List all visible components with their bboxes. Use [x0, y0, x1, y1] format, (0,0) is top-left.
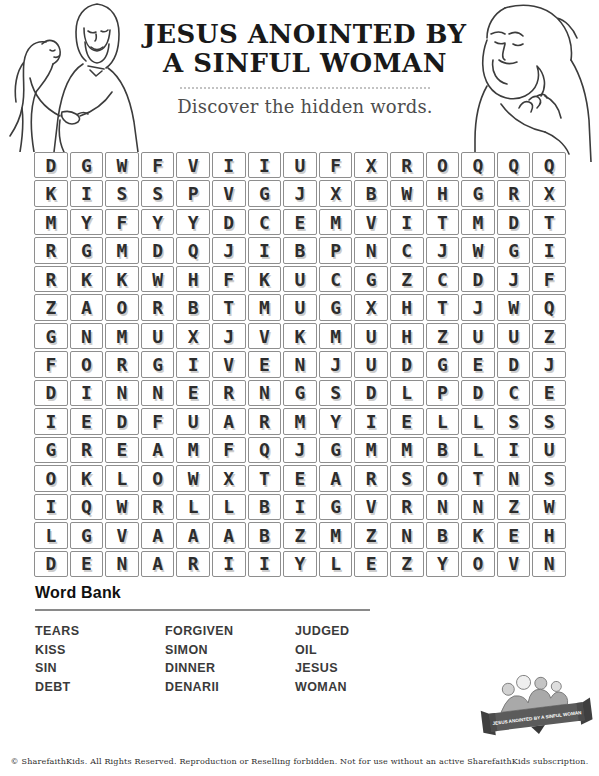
grid-cell-r11c3[interactable]: E — [105, 437, 139, 463]
grid-cell-r12c15[interactable]: S — [532, 465, 566, 491]
grid-cell-r14c3[interactable]: V — [105, 522, 139, 548]
grid-cell-r4c9[interactable]: P — [319, 237, 353, 263]
grid-cell-r7c15[interactable]: Z — [532, 323, 566, 349]
grid-cell-r14c2[interactable]: G — [70, 522, 104, 548]
word-bank-column: JUDGEDOILJESUSWOMAN — [295, 622, 425, 696]
grid-cell-r13c11[interactable]: R — [390, 494, 424, 520]
grid-cell-r2c9[interactable]: X — [319, 180, 353, 206]
grid-cell-r10c11[interactable]: E — [390, 408, 424, 434]
word-bank-item: SIMON — [165, 641, 295, 660]
grid-cell-r1c1[interactable]: D — [34, 152, 68, 178]
grid-cell-r4c11[interactable]: C — [390, 237, 424, 263]
grid-cell-r7c13[interactable]: U — [461, 323, 495, 349]
grid-cell-r9c10[interactable]: D — [354, 380, 388, 406]
grid-cell-r4c4[interactable]: D — [141, 237, 175, 263]
grid-cell-r8c14[interactable]: D — [497, 351, 531, 377]
grid-cell-r6c6[interactable]: T — [212, 294, 246, 320]
grid-cell-r12c3[interactable]: L — [105, 465, 139, 491]
grid-cell-r5c8[interactable]: U — [283, 266, 317, 292]
grid-cell-r11c11[interactable]: M — [390, 437, 424, 463]
grid-cell-r3c12[interactable]: T — [426, 209, 460, 235]
grid-cell-r5c11[interactable]: Z — [390, 266, 424, 292]
grid-cell-r1c2[interactable]: G — [70, 152, 104, 178]
grid-cell-r10c12[interactable]: L — [426, 408, 460, 434]
word-bank-columns: TEARSKISSSINDEBTFORGIVENSIMONDINNERDENAR… — [35, 622, 435, 696]
grid-cell-r8c6[interactable]: V — [212, 351, 246, 377]
grid-cell-r3c1[interactable]: M — [34, 209, 68, 235]
grid-cell-r10c15[interactable]: S — [532, 408, 566, 434]
grid-cell-r2c12[interactable]: H — [426, 180, 460, 206]
grid-cell-r15c6[interactable]: I — [212, 551, 246, 577]
grid-cell-r3c4[interactable]: Y — [141, 209, 175, 235]
grid-cell-r10c5[interactable]: U — [176, 408, 210, 434]
grid-cell-r8c15[interactable]: J — [532, 351, 566, 377]
grid-cell-r12c12[interactable]: O — [426, 465, 460, 491]
grid-cell-r11c9[interactable]: G — [319, 437, 353, 463]
grid-cell-r14c13[interactable]: K — [461, 522, 495, 548]
grid-cell-r13c6[interactable]: L — [212, 494, 246, 520]
grid-cell-r5c4[interactable]: W — [141, 266, 175, 292]
grid-cell-r11c13[interactable]: L — [461, 437, 495, 463]
grid-cell-r8c8[interactable]: N — [283, 351, 317, 377]
grid-cell-r13c5[interactable]: L — [176, 494, 210, 520]
grid-cell-r9c6[interactable]: R — [212, 380, 246, 406]
grid-cell-r6c11[interactable]: H — [390, 294, 424, 320]
grid-cell-r6c10[interactable]: X — [354, 294, 388, 320]
grid-cell-r15c5[interactable]: R — [176, 551, 210, 577]
grid-cell-r5c13[interactable]: D — [461, 266, 495, 292]
grid-cell-r4c7[interactable]: I — [248, 237, 282, 263]
word-bank-item: OIL — [295, 641, 425, 660]
grid-cell-r1c15[interactable]: Q — [532, 152, 566, 178]
grid-cell-r4c14[interactable]: G — [497, 237, 531, 263]
grid-cell-r7c2[interactable]: N — [70, 323, 104, 349]
grid-cell-r7c9[interactable]: M — [319, 323, 353, 349]
grid-cell-r4c6[interactable]: J — [212, 237, 246, 263]
grid-cell-r9c12[interactable]: P — [426, 380, 460, 406]
grid-cell-r6c3[interactable]: O — [105, 294, 139, 320]
grid-cell-r7c1[interactable]: G — [34, 323, 68, 349]
grid-cell-r5c9[interactable]: C — [319, 266, 353, 292]
grid-cell-r14c6[interactable]: A — [212, 522, 246, 548]
page-title-line-2: A SINFUL WOMAN — [138, 49, 472, 78]
grid-cell-r6c8[interactable]: U — [283, 294, 317, 320]
grid-cell-r6c9[interactable]: G — [319, 294, 353, 320]
grid-cell-r9c3[interactable]: N — [105, 380, 139, 406]
worksheet-page: JESUS ANOINTED BY A SINFUL WOMAN Discove… — [0, 0, 599, 776]
grid-cell-r5c12[interactable]: C — [426, 266, 460, 292]
grid-cell-r14c9[interactable]: M — [319, 522, 353, 548]
grid-cell-r2c10[interactable]: B — [354, 180, 388, 206]
grid-cell-r12c13[interactable]: T — [461, 465, 495, 491]
grid-cell-r3c2[interactable]: Y — [70, 209, 104, 235]
grid-cell-r15c8[interactable]: Y — [283, 551, 317, 577]
badge-illustration: JESUS ANOINTED BY A SINFUL WOMAN — [478, 668, 596, 756]
grid-cell-r14c15[interactable]: H — [532, 522, 566, 548]
word-bank-item: SIN — [35, 659, 165, 678]
grid-cell-r8c9[interactable]: J — [319, 351, 353, 377]
grid-cell-r5c6[interactable]: F — [212, 266, 246, 292]
grid-cell-r5c3[interactable]: K — [105, 266, 139, 292]
grid-cell-r9c5[interactable]: E — [176, 380, 210, 406]
grid-cell-r5c1[interactable]: R — [34, 266, 68, 292]
grid-cell-r9c2[interactable]: I — [70, 380, 104, 406]
grid-cell-r2c6[interactable]: V — [212, 180, 246, 206]
grid-cell-r8c11[interactable]: D — [390, 351, 424, 377]
grid-cell-r9c11[interactable]: L — [390, 380, 424, 406]
grid-cell-r3c13[interactable]: M — [461, 209, 495, 235]
grid-cell-r12c5[interactable]: W — [176, 465, 210, 491]
grid-cell-r1c13[interactable]: Q — [461, 152, 495, 178]
grid-cell-r1c9[interactable]: F — [319, 152, 353, 178]
grid-cell-r4c10[interactable]: N — [354, 237, 388, 263]
grid-cell-r1c6[interactable]: I — [212, 152, 246, 178]
grid-cell-r11c2[interactable]: R — [70, 437, 104, 463]
grid-cell-r13c14[interactable]: Z — [497, 494, 531, 520]
grid-cell-r7c10[interactable]: U — [354, 323, 388, 349]
grid-cell-r9c13[interactable]: D — [461, 380, 495, 406]
grid-cell-r6c15[interactable]: Q — [532, 294, 566, 320]
grid-cell-r2c8[interactable]: J — [283, 180, 317, 206]
grid-cell-r14c7[interactable]: B — [248, 522, 282, 548]
grid-cell-r10c8[interactable]: M — [283, 408, 317, 434]
word-bank-item: FORGIVEN — [165, 622, 295, 641]
grid-cell-r12c8[interactable]: E — [283, 465, 317, 491]
grid-cell-r2c4[interactable]: S — [141, 180, 175, 206]
grid-cell-r12c1[interactable]: O — [34, 465, 68, 491]
title-block: JESUS ANOINTED BY A SINFUL WOMAN Discove… — [138, 20, 472, 117]
word-bank-rule — [35, 609, 370, 611]
word-bank-item: KISS — [35, 641, 165, 660]
grid-cell-r5c14[interactable]: J — [497, 266, 531, 292]
grid-cell-r13c9[interactable]: G — [319, 494, 353, 520]
grid-cell-r13c2[interactable]: Q — [70, 494, 104, 520]
grid-cell-r7c14[interactable]: U — [497, 323, 531, 349]
grid-cell-r13c1[interactable]: I — [34, 494, 68, 520]
grid-cell-r13c15[interactable]: W — [532, 494, 566, 520]
grid-cell-r15c4[interactable]: A — [141, 551, 175, 577]
grid-cell-r14c5[interactable]: A — [176, 522, 210, 548]
grid-cell-r7c5[interactable]: X — [176, 323, 210, 349]
footer-copyright: © SharefaithKids. All Rights Reserved. R… — [0, 757, 599, 766]
grid-cell-r9c7[interactable]: N — [248, 380, 282, 406]
grid-cell-r10c3[interactable]: D — [105, 408, 139, 434]
grid-cell-r8c7[interactable]: E — [248, 351, 282, 377]
grid-cell-r9c15[interactable]: E — [532, 380, 566, 406]
grid-cell-r12c7[interactable]: T — [248, 465, 282, 491]
grid-cell-r7c8[interactable]: K — [283, 323, 317, 349]
word-bank-heading: Word Bank — [35, 584, 435, 602]
grid-cell-r1c8[interactable]: U — [283, 152, 317, 178]
badge: JESUS ANOINTED BY A SINFUL WOMAN — [478, 668, 596, 756]
grid-cell-r5c10[interactable]: G — [354, 266, 388, 292]
word-bank: Word Bank TEARSKISSSINDEBTFORGIVENSIMOND… — [35, 584, 435, 696]
page-title-line-1: JESUS ANOINTED BY — [138, 20, 472, 49]
grid-cell-r12c11[interactable]: S — [390, 465, 424, 491]
grid-cell-r15c10[interactable]: E — [354, 551, 388, 577]
grid-cell-r4c8[interactable]: B — [283, 237, 317, 263]
grid-cell-r3c10[interactable]: V — [354, 209, 388, 235]
grid-cell-r15c9[interactable]: L — [319, 551, 353, 577]
grid-cell-r6c12[interactable]: T — [426, 294, 460, 320]
title-separator — [180, 87, 430, 89]
grid-cell-r13c4[interactable]: R — [141, 494, 175, 520]
grid-cell-r10c9[interactable]: Y — [319, 408, 353, 434]
grid-cell-r4c3[interactable]: M — [105, 237, 139, 263]
grid-cell-r3c9[interactable]: M — [319, 209, 353, 235]
grid-cell-r10c2[interactable]: E — [70, 408, 104, 434]
grid-cell-r12c6[interactable]: X — [212, 465, 246, 491]
grid-cell-r6c7[interactable]: M — [248, 294, 282, 320]
grid-cell-r4c15[interactable]: I — [532, 237, 566, 263]
grid-cell-r7c7[interactable]: V — [248, 323, 282, 349]
grid-cell-r11c6[interactable]: F — [212, 437, 246, 463]
grid-cell-r14c1[interactable]: L — [34, 522, 68, 548]
grid-cell-r1c12[interactable]: O — [426, 152, 460, 178]
grid-cell-r2c11[interactable]: W — [390, 180, 424, 206]
grid-cell-r7c3[interactable]: M — [105, 323, 139, 349]
grid-cell-r1c4[interactable]: F — [141, 152, 175, 178]
word-bank-column: TEARSKISSSINDEBT — [35, 622, 165, 696]
grid-cell-r3c11[interactable]: I — [390, 209, 424, 235]
grid-cell-r15c3[interactable]: N — [105, 551, 139, 577]
grid-cell-r14c10[interactable]: Z — [354, 522, 388, 548]
grid-cell-r3c15[interactable]: T — [532, 209, 566, 235]
grid-cell-r7c6[interactable]: J — [212, 323, 246, 349]
grid-cell-r10c10[interactable]: I — [354, 408, 388, 434]
grid-cell-r13c12[interactable]: N — [426, 494, 460, 520]
grid-cell-r12c14[interactable]: N — [497, 465, 531, 491]
grid-cell-r6c4[interactable]: R — [141, 294, 175, 320]
grid-cell-r2c5[interactable]: P — [176, 180, 210, 206]
grid-cell-r8c3[interactable]: R — [105, 351, 139, 377]
grid-cell-r14c14[interactable]: E — [497, 522, 531, 548]
grid-cell-r10c4[interactable]: F — [141, 408, 175, 434]
grid-cell-r4c12[interactable]: J — [426, 237, 460, 263]
word-bank-item: WOMAN — [295, 678, 425, 697]
grid-cell-r14c12[interactable]: B — [426, 522, 460, 548]
grid-cell-r2c13[interactable]: G — [461, 180, 495, 206]
grid-cell-r3c6[interactable]: D — [212, 209, 246, 235]
grid-cell-r6c2[interactable]: A — [70, 294, 104, 320]
grid-cell-r8c4[interactable]: G — [141, 351, 175, 377]
grid-cell-r13c3[interactable]: W — [105, 494, 139, 520]
word-bank-item: DENARII — [165, 678, 295, 697]
grid-cell-r13c7[interactable]: B — [248, 494, 282, 520]
grid-cell-r8c2[interactable]: O — [70, 351, 104, 377]
grid-cell-r3c8[interactable]: E — [283, 209, 317, 235]
grid-cell-r11c4[interactable]: A — [141, 437, 175, 463]
grid-cell-r12c10[interactable]: R — [354, 465, 388, 491]
word-bank-item: JUDGED — [295, 622, 425, 641]
grid-cell-r10c1[interactable]: I — [34, 408, 68, 434]
grid-cell-r1c5[interactable]: V — [176, 152, 210, 178]
grid-cell-r2c14[interactable]: R — [497, 180, 531, 206]
word-bank-item: DINNER — [165, 659, 295, 678]
word-bank-item: TEARS — [35, 622, 165, 641]
grid-cell-r13c13[interactable]: N — [461, 494, 495, 520]
grid-cell-r11c14[interactable]: I — [497, 437, 531, 463]
grid-cell-r4c5[interactable]: Q — [176, 237, 210, 263]
grid-cell-r4c13[interactable]: W — [461, 237, 495, 263]
grid-cell-r8c10[interactable]: U — [354, 351, 388, 377]
grid-cell-r8c13[interactable]: E — [461, 351, 495, 377]
word-bank-item: JESUS — [295, 659, 425, 678]
grid-cell-r2c2[interactable]: I — [70, 180, 104, 206]
grid-cell-r5c15[interactable]: F — [532, 266, 566, 292]
grid-cell-r4c2[interactable]: G — [70, 237, 104, 263]
grid-cell-r10c7[interactable]: R — [248, 408, 282, 434]
grid-cell-r5c2[interactable]: K — [70, 266, 104, 292]
grid-cell-r9c4[interactable]: N — [141, 380, 175, 406]
grid-cell-r9c14[interactable]: C — [497, 380, 531, 406]
grid-cell-r3c14[interactable]: D — [497, 209, 531, 235]
grid-cell-r12c4[interactable]: O — [141, 465, 175, 491]
grid-cell-r13c8[interactable]: I — [283, 494, 317, 520]
grid-cell-r7c11[interactable]: H — [390, 323, 424, 349]
grid-cell-r13c10[interactable]: V — [354, 494, 388, 520]
grid-cell-r1c11[interactable]: R — [390, 152, 424, 178]
grid-cell-r6c14[interactable]: W — [497, 294, 531, 320]
grid-cell-r7c12[interactable]: Z — [426, 323, 460, 349]
grid-cell-r9c9[interactable]: S — [319, 380, 353, 406]
grid-cell-r12c9[interactable]: A — [319, 465, 353, 491]
grid-cell-r6c1[interactable]: Z — [34, 294, 68, 320]
grid-cell-r5c5[interactable]: H — [176, 266, 210, 292]
grid-cell-r6c13[interactable]: J — [461, 294, 495, 320]
grid-cell-r6c5[interactable]: B — [176, 294, 210, 320]
grid-cell-r15c2[interactable]: E — [70, 551, 104, 577]
subtitle: Discover the hidden words. — [138, 96, 472, 117]
grid-cell-r3c3[interactable]: F — [105, 209, 139, 235]
grid-cell-r1c7[interactable]: I — [248, 152, 282, 178]
word-bank-column: FORGIVENSIMONDINNERDENARII — [165, 622, 295, 696]
grid-cell-r11c1[interactable]: G — [34, 437, 68, 463]
grid-cell-r14c4[interactable]: A — [141, 522, 175, 548]
grid-cell-r2c15[interactable]: X — [532, 180, 566, 206]
grid-cell-r4c1[interactable]: R — [34, 237, 68, 263]
grid-cell-r15c11[interactable]: Z — [390, 551, 424, 577]
grid-cell-r11c7[interactable]: Q — [248, 437, 282, 463]
grid-cell-r7c4[interactable]: U — [141, 323, 175, 349]
grid-cell-r15c1[interactable]: D — [34, 551, 68, 577]
grid-cell-r8c1[interactable]: F — [34, 351, 68, 377]
grid-cell-r2c3[interactable]: S — [105, 180, 139, 206]
grid-cell-r2c7[interactable]: G — [248, 180, 282, 206]
grid-cell-r11c8[interactable]: J — [283, 437, 317, 463]
grid-cell-r12c2[interactable]: K — [70, 465, 104, 491]
grid-cell-r1c3[interactable]: W — [105, 152, 139, 178]
grid-cell-r10c6[interactable]: A — [212, 408, 246, 434]
grid-cell-r3c7[interactable]: C — [248, 209, 282, 235]
grid-cell-r1c14[interactable]: Q — [497, 152, 531, 178]
grid-cell-r9c8[interactable]: G — [283, 380, 317, 406]
grid-cell-r15c15[interactable]: N — [532, 551, 566, 577]
grid-cell-r11c12[interactable]: B — [426, 437, 460, 463]
grid-cell-r2c1[interactable]: K — [34, 180, 68, 206]
grid-cell-r5c7[interactable]: K — [248, 266, 282, 292]
grid-cell-r15c12[interactable]: Y — [426, 551, 460, 577]
grid-cell-r15c14[interactable]: V — [497, 551, 531, 577]
grid-cell-r10c14[interactable]: S — [497, 408, 531, 434]
grid-cell-r14c11[interactable]: N — [390, 522, 424, 548]
grid-cell-r1c10[interactable]: X — [354, 152, 388, 178]
grid-cell-r3c5[interactable]: Y — [176, 209, 210, 235]
grid-cell-r8c5[interactable]: I — [176, 351, 210, 377]
word-search-grid: DGWFVIIUFXROQQQKISSPVGJXBWHGRXMYFYYDCEMV… — [34, 152, 566, 577]
word-bank-item: DEBT — [35, 678, 165, 697]
grid-cell-r14c8[interactable]: Z — [283, 522, 317, 548]
grid-cell-r11c5[interactable]: M — [176, 437, 210, 463]
grid-cell-r15c13[interactable]: O — [461, 551, 495, 577]
grid-cell-r11c10[interactable]: M — [354, 437, 388, 463]
grid-cell-r11c15[interactable]: U — [532, 437, 566, 463]
grid-cell-r10c13[interactable]: L — [461, 408, 495, 434]
grid-cell-r9c1[interactable]: D — [34, 380, 68, 406]
grid-cell-r15c7[interactable]: I — [248, 551, 282, 577]
grid-cell-r8c12[interactable]: G — [426, 351, 460, 377]
